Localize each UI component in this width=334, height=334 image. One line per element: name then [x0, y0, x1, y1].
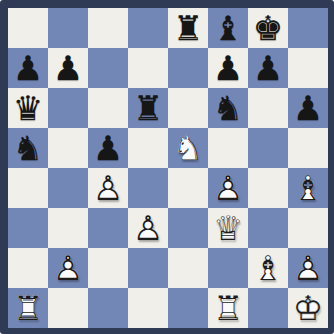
square-b6[interactable]	[48, 88, 88, 128]
piece-fill: ♚	[288, 288, 328, 328]
square-h5[interactable]	[288, 128, 328, 168]
square-d4[interactable]	[128, 168, 168, 208]
square-h7[interactable]	[288, 48, 328, 88]
square-a3[interactable]	[8, 208, 48, 248]
piece-fill: ♟	[88, 168, 128, 208]
square-f4[interactable]: ♟♙	[208, 168, 248, 208]
square-e1[interactable]	[168, 288, 208, 328]
square-a5[interactable]: ♞	[8, 128, 48, 168]
square-e7[interactable]	[168, 48, 208, 88]
piece-fill: ♜	[8, 288, 48, 328]
square-d7[interactable]	[128, 48, 168, 88]
square-g7[interactable]: ♟	[248, 48, 288, 88]
square-b7[interactable]: ♟	[48, 48, 88, 88]
piece-outline: ♗	[288, 168, 328, 208]
black-knight-icon: ♞	[208, 88, 248, 128]
square-c7[interactable]	[88, 48, 128, 88]
square-a8[interactable]	[8, 8, 48, 48]
piece-outline: ♙	[48, 248, 88, 288]
square-h8[interactable]	[288, 8, 328, 48]
square-e2[interactable]	[168, 248, 208, 288]
piece-fill: ♟	[288, 248, 328, 288]
black-queen-icon: ♛	[8, 88, 48, 128]
square-e4[interactable]	[168, 168, 208, 208]
white-rook-icon: ♜♖	[208, 288, 248, 328]
square-f1[interactable]: ♜♖	[208, 288, 248, 328]
square-h6[interactable]: ♟	[288, 88, 328, 128]
square-c4[interactable]: ♟♙	[88, 168, 128, 208]
square-g5[interactable]	[248, 128, 288, 168]
piece-outline: ♖	[8, 288, 48, 328]
square-e6[interactable]	[168, 88, 208, 128]
black-pawn-icon: ♟	[208, 48, 248, 88]
square-a6[interactable]: ♛	[8, 88, 48, 128]
chess-board-frame: ♜♝♚♟♟♟♟♛♜♞♟♞♟♞♘♟♙♟♙♝♗♟♙♛♕♟♙♝♗♟♙♜♖♜♖♚♔	[0, 0, 334, 334]
square-g8[interactable]: ♚	[248, 8, 288, 48]
square-g1[interactable]	[248, 288, 288, 328]
piece-fill: ♟	[48, 248, 88, 288]
square-f3[interactable]: ♛♕	[208, 208, 248, 248]
square-f5[interactable]	[208, 128, 248, 168]
square-e8[interactable]: ♜	[168, 8, 208, 48]
piece-outline: ♙	[208, 168, 248, 208]
black-pawn-icon: ♟	[88, 128, 128, 168]
white-king-icon: ♚♔	[288, 288, 328, 328]
chess-board: ♜♝♚♟♟♟♟♛♜♞♟♞♟♞♘♟♙♟♙♝♗♟♙♛♕♟♙♝♗♟♙♜♖♜♖♚♔	[8, 8, 328, 328]
black-pawn-icon: ♟	[8, 48, 48, 88]
square-f6[interactable]: ♞	[208, 88, 248, 128]
square-g2[interactable]: ♝♗	[248, 248, 288, 288]
square-h2[interactable]: ♟♙	[288, 248, 328, 288]
square-h4[interactable]: ♝♗	[288, 168, 328, 208]
piece-outline: ♔	[288, 288, 328, 328]
piece-fill: ♜	[208, 288, 248, 328]
white-pawn-icon: ♟♙	[208, 168, 248, 208]
square-h3[interactable]	[288, 208, 328, 248]
piece-outline: ♖	[208, 288, 248, 328]
square-b1[interactable]	[48, 288, 88, 328]
square-f8[interactable]: ♝	[208, 8, 248, 48]
square-b3[interactable]	[48, 208, 88, 248]
square-g6[interactable]	[248, 88, 288, 128]
black-king-icon: ♚	[248, 8, 288, 48]
white-bishop-icon: ♝♗	[288, 168, 328, 208]
piece-fill: ♞	[168, 128, 208, 168]
white-pawn-icon: ♟♙	[128, 208, 168, 248]
square-a1[interactable]: ♜♖	[8, 288, 48, 328]
white-rook-icon: ♜♖	[8, 288, 48, 328]
white-pawn-icon: ♟♙	[88, 168, 128, 208]
square-e3[interactable]	[168, 208, 208, 248]
piece-outline: ♕	[208, 208, 248, 248]
square-b5[interactable]	[48, 128, 88, 168]
square-c1[interactable]	[88, 288, 128, 328]
square-b8[interactable]	[48, 8, 88, 48]
black-rook-icon: ♜	[128, 88, 168, 128]
black-bishop-icon: ♝	[208, 8, 248, 48]
square-e5[interactable]: ♞♘	[168, 128, 208, 168]
piece-outline: ♙	[88, 168, 128, 208]
piece-fill: ♛	[208, 208, 248, 248]
piece-outline: ♘	[168, 128, 208, 168]
square-d5[interactable]	[128, 128, 168, 168]
square-c8[interactable]	[88, 8, 128, 48]
square-c5[interactable]: ♟	[88, 128, 128, 168]
square-d3[interactable]: ♟♙	[128, 208, 168, 248]
piece-outline: ♙	[128, 208, 168, 248]
square-c2[interactable]	[88, 248, 128, 288]
square-g4[interactable]	[248, 168, 288, 208]
square-a2[interactable]	[8, 248, 48, 288]
square-b4[interactable]	[48, 168, 88, 208]
square-b2[interactable]: ♟♙	[48, 248, 88, 288]
piece-fill: ♝	[248, 248, 288, 288]
black-pawn-icon: ♟	[248, 48, 288, 88]
white-knight-icon: ♞♘	[168, 128, 208, 168]
white-pawn-icon: ♟♙	[288, 248, 328, 288]
white-queen-icon: ♛♕	[208, 208, 248, 248]
piece-fill: ♟	[128, 208, 168, 248]
square-a4[interactable]	[8, 168, 48, 208]
black-pawn-icon: ♟	[288, 88, 328, 128]
square-g3[interactable]	[248, 208, 288, 248]
piece-outline: ♙	[288, 248, 328, 288]
black-rook-icon: ♜	[168, 8, 208, 48]
white-pawn-icon: ♟♙	[48, 248, 88, 288]
piece-fill: ♝	[288, 168, 328, 208]
square-d2[interactable]	[128, 248, 168, 288]
square-h1[interactable]: ♚♔	[288, 288, 328, 328]
piece-outline: ♗	[248, 248, 288, 288]
square-d1[interactable]	[128, 288, 168, 328]
white-bishop-icon: ♝♗	[248, 248, 288, 288]
black-pawn-icon: ♟	[48, 48, 88, 88]
square-f7[interactable]: ♟	[208, 48, 248, 88]
square-f2[interactable]	[208, 248, 248, 288]
square-d6[interactable]: ♜	[128, 88, 168, 128]
square-a7[interactable]: ♟	[8, 48, 48, 88]
square-d8[interactable]	[128, 8, 168, 48]
black-knight-icon: ♞	[8, 128, 48, 168]
piece-fill: ♟	[208, 168, 248, 208]
square-c3[interactable]	[88, 208, 128, 248]
square-c6[interactable]	[88, 88, 128, 128]
